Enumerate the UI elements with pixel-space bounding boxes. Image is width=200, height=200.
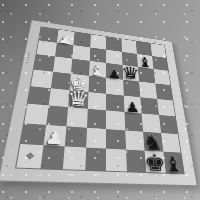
square-r6c6 [124, 112, 143, 131]
square-r5c3: ♛ [68, 90, 88, 109]
square-r8c1: ❖ [16, 144, 43, 168]
square-r8c5 [106, 149, 126, 172]
square-r8c8: ♝ [163, 152, 184, 173]
corner-emblem-icon: ❖ [24, 151, 35, 161]
square-r5c2 [48, 88, 69, 107]
square-r6c1 [24, 104, 48, 125]
square-r5c4 [87, 92, 106, 111]
square-r6c2 [46, 105, 68, 126]
square-r5c5 [106, 93, 124, 112]
square-r8c3 [63, 147, 86, 170]
square-r5c6: ♟ [123, 95, 141, 113]
square-r8c6 [126, 150, 147, 172]
square-r5c1 [28, 86, 51, 106]
square-r4c8 [155, 83, 173, 100]
square-r8c4 [85, 148, 106, 171]
square-r6c5 [106, 110, 125, 130]
square-r7c1 [20, 123, 45, 145]
square-r6c3 [66, 107, 87, 127]
chessboard: ♟♝♝♟♛♚♛♟♟♞❖♚♝ [15, 26, 185, 174]
square-r7c5 [106, 129, 126, 150]
square-r7c2: ♟ [43, 125, 67, 147]
square-r4c1 [31, 69, 53, 87]
square-r7c8 [161, 133, 181, 153]
square-r4c5 [106, 78, 123, 96]
square-r4c4 [88, 76, 106, 94]
square-r8c2 [40, 146, 65, 170]
border-brand-text: CHESS [25, 52, 32, 64]
photo-scene: CHESS · · · ♟♝♝♟♛♚♛♟♟♞❖♚♝ [0, 0, 200, 200]
square-r7c6 [125, 130, 145, 151]
square-r4c3: ♚ [70, 74, 89, 92]
border-bottom-markings: · · · [94, 176, 110, 181]
photo-canvas: CHESS · · · ♟♝♝♟♛♚♛♟♟♞❖♚♝ [0, 0, 200, 200]
square-r7c3 [65, 126, 87, 148]
square-r5c8 [157, 99, 175, 117]
chessboard-frame: CHESS · · · ♟♝♝♟♛♚♛♟♟♞❖♚♝ [0, 20, 198, 186]
black-bishop: ♝ [163, 154, 184, 175]
square-r6c4 [87, 109, 106, 129]
square-r7c4 [86, 128, 106, 149]
square-r6c8 [159, 115, 178, 134]
square-r4c6 [123, 80, 141, 97]
square-r4c2 [51, 72, 71, 90]
